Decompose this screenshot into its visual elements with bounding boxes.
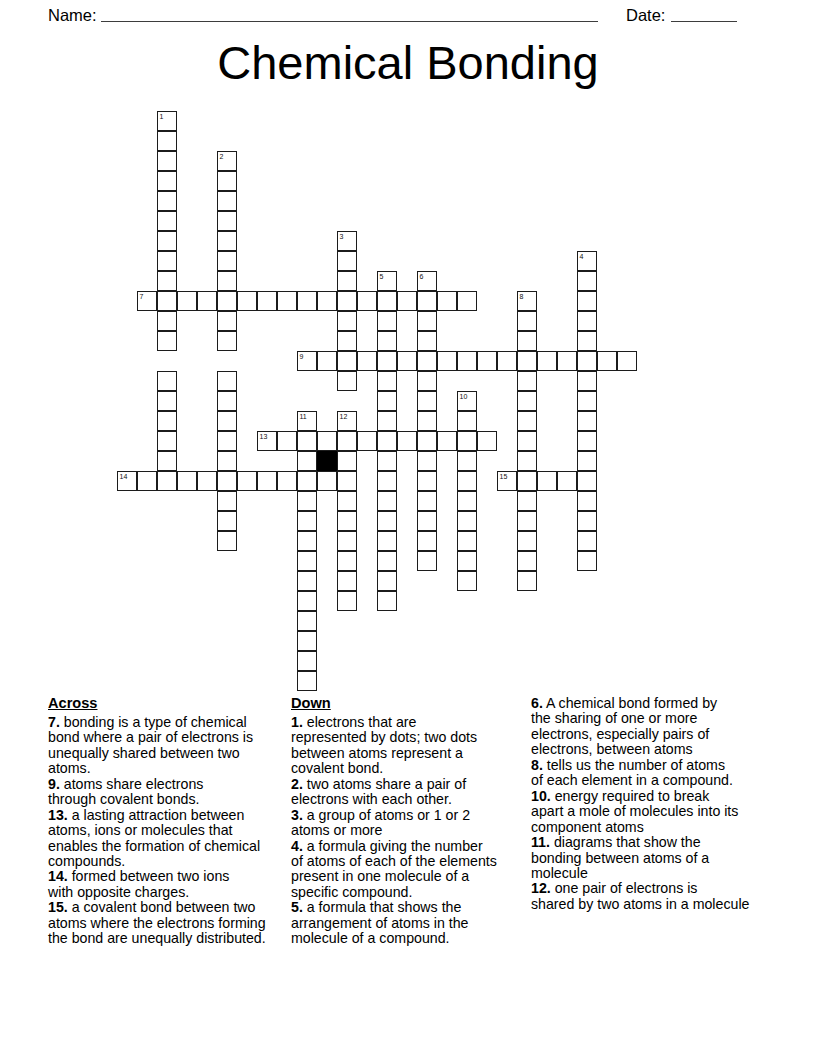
grid-cell[interactable] [297, 671, 317, 691]
grid-cell[interactable] [417, 391, 437, 411]
grid-cell[interactable] [217, 191, 237, 211]
grid-cell[interactable] [357, 291, 377, 311]
grid-cell[interactable] [617, 351, 637, 371]
clue-text: a group of atoms or 1 or 2 atoms or more [291, 807, 470, 838]
clue-number: 10. [531, 788, 551, 804]
clue-text: atoms share electrons through covalent b… [48, 776, 203, 807]
crossword-grid: 123456789101112131415 [117, 111, 637, 691]
grid-cell[interactable] [577, 331, 597, 351]
grid-cell[interactable]: 15 [497, 471, 517, 491]
grid-cell[interactable] [377, 291, 397, 311]
grid-cell[interactable] [517, 351, 537, 371]
clue-item: 10. energy required to break apart a mol… [531, 789, 772, 835]
grid-cell[interactable] [157, 391, 177, 411]
cell-number: 15 [500, 473, 508, 481]
clue-number: 2. [291, 776, 303, 792]
grid-cell[interactable] [297, 591, 317, 611]
grid-cell[interactable] [597, 351, 617, 371]
grid-cell[interactable] [577, 551, 597, 571]
grid-cell[interactable] [317, 431, 337, 451]
grid-cell[interactable]: 3 [337, 231, 357, 251]
grid-cell[interactable] [297, 471, 317, 491]
grid-cell[interactable] [257, 291, 277, 311]
grid-cell[interactable] [197, 471, 217, 491]
grid-cell[interactable] [277, 431, 297, 451]
grid-cell[interactable] [477, 431, 497, 451]
clue-number: 12. [531, 880, 551, 896]
clue-number: 3. [291, 807, 303, 823]
grid-cell[interactable] [337, 291, 357, 311]
grid-cell[interactable] [337, 491, 357, 511]
grid-cell[interactable] [417, 451, 437, 471]
clue-heading: Down [291, 696, 532, 711]
grid-cell[interactable] [377, 431, 397, 451]
grid-cell[interactable] [157, 451, 177, 471]
grid-cell[interactable] [377, 571, 397, 591]
grid-cell[interactable] [517, 531, 537, 551]
grid-cell[interactable] [217, 251, 237, 271]
clue-text: two atoms share a pair of electrons with… [291, 776, 466, 807]
grid-cell[interactable] [337, 431, 357, 451]
grid-cell[interactable] [517, 471, 537, 491]
grid-cell[interactable] [437, 291, 457, 311]
clue-number: 15. [48, 899, 68, 915]
grid-cell[interactable] [217, 231, 237, 251]
cell-number: 8 [520, 293, 524, 301]
grid-cell[interactable] [337, 471, 357, 491]
cell-number: 6 [420, 273, 424, 281]
grid-cell[interactable] [377, 331, 397, 351]
grid-cell[interactable] [577, 291, 597, 311]
grid-cell[interactable] [517, 551, 537, 571]
grid-cell[interactable]: 6 [417, 271, 437, 291]
grid-cell[interactable] [417, 311, 437, 331]
grid-cell[interactable]: 8 [517, 291, 537, 311]
grid-cell[interactable]: 9 [297, 351, 317, 371]
grid-cell[interactable] [457, 471, 477, 491]
clue-text: bonding is a type of chemical bond where… [48, 714, 253, 776]
cell-number: 12 [340, 413, 348, 421]
name-blank-line[interactable] [101, 5, 598, 22]
clue-item: 14. formed between two ions with opposit… [48, 869, 289, 900]
grid-cell[interactable] [157, 251, 177, 271]
grid-cell[interactable] [337, 371, 357, 391]
clue-number: 1. [291, 714, 303, 730]
clue-item: 2. two atoms share a pair of electrons w… [291, 777, 532, 808]
grid-cell[interactable] [217, 471, 237, 491]
grid-cell[interactable] [157, 431, 177, 451]
clue-number: 13. [48, 807, 68, 823]
cell-number: 3 [340, 233, 344, 241]
clue-text: a covalent bond between two atoms where … [48, 899, 266, 946]
clue-number: 5. [291, 899, 303, 915]
grid-cell[interactable] [357, 351, 377, 371]
grid-cell[interactable] [457, 351, 477, 371]
grid-cell[interactable] [177, 291, 197, 311]
clue-item: 8. tells us the number of atoms of each … [531, 758, 772, 789]
grid-cell[interactable]: 7 [137, 291, 157, 311]
grid-cell[interactable] [577, 311, 597, 331]
grid-cell[interactable] [217, 291, 237, 311]
clue-number: 11. [531, 834, 550, 850]
grid-cell[interactable] [297, 491, 317, 511]
grid-cell[interactable] [377, 451, 397, 471]
grid-cell[interactable] [337, 551, 357, 571]
cell-number: 14 [120, 473, 128, 481]
grid-cell[interactable] [157, 231, 177, 251]
clue-text: energy required to break apart a mole of… [531, 788, 738, 835]
clue-column-down: Down1. electrons that are represented by… [291, 696, 532, 947]
grid-cell[interactable] [317, 291, 337, 311]
grid-cell[interactable] [297, 551, 317, 571]
grid-cell[interactable] [217, 211, 237, 231]
grid-cell[interactable] [137, 471, 157, 491]
grid-cell[interactable] [417, 551, 437, 571]
date-label: Date: [626, 6, 665, 25]
grid-cell[interactable]: 2 [217, 151, 237, 171]
grid-cell[interactable] [297, 631, 317, 651]
grid-cell[interactable] [557, 471, 577, 491]
grid-cell[interactable] [217, 531, 237, 551]
grid-cell[interactable] [217, 391, 237, 411]
cell-number: 4 [580, 253, 584, 261]
grid-cell[interactable] [217, 271, 237, 291]
grid-cell[interactable] [457, 491, 477, 511]
clue-text: a formula that shows the arrangement of … [291, 899, 468, 946]
grid-cell[interactable] [337, 251, 357, 271]
grid-cell[interactable] [577, 471, 597, 491]
grid-cell[interactable] [157, 271, 177, 291]
clue-number: 8. [531, 757, 543, 773]
grid-cell[interactable]: 4 [577, 251, 597, 271]
grid-cell[interactable] [157, 191, 177, 211]
grid-cell[interactable]: 5 [377, 271, 397, 291]
grid-cell[interactable] [377, 591, 397, 611]
grid-cell[interactable] [197, 291, 217, 311]
grid-cell[interactable] [477, 351, 497, 371]
clue-item: 11. diagrams that show the bonding betwe… [531, 835, 772, 881]
clue-item: 7. bonding is a type of chemical bond wh… [48, 715, 289, 777]
clue-item: 5. a formula that shows the arrangement … [291, 900, 532, 946]
grid-cell[interactable] [577, 511, 597, 531]
grid-cell[interactable] [417, 491, 437, 511]
grid-cell[interactable] [297, 431, 317, 451]
grid-cell[interactable] [377, 511, 397, 531]
grid-cell[interactable] [237, 471, 257, 491]
cell-number: 13 [260, 433, 268, 441]
grid-cell[interactable] [377, 371, 397, 391]
grid-cell[interactable] [157, 411, 177, 431]
clue-item: 13. a lasting attraction between atoms, … [48, 808, 289, 870]
grid-cell[interactable] [377, 491, 397, 511]
grid-cell[interactable]: 11 [297, 411, 317, 431]
clue-item: 4. a formula giving the number of atoms … [291, 839, 532, 901]
grid-cell[interactable] [417, 531, 437, 551]
grid-cell[interactable] [377, 531, 397, 551]
clue-number: 9. [48, 776, 60, 792]
grid-cell[interactable] [537, 351, 557, 371]
grid-cell[interactable] [337, 591, 357, 611]
grid-cell[interactable] [377, 391, 397, 411]
clue-text: a formula giving the number of atoms of … [291, 838, 497, 900]
grid-cell[interactable]: 12 [337, 411, 357, 431]
grid-cell[interactable] [517, 571, 537, 591]
grid-cell[interactable] [297, 531, 317, 551]
grid-cell[interactable] [437, 431, 457, 451]
grid-cell[interactable] [497, 351, 517, 371]
grid-cell[interactable] [537, 471, 557, 491]
clue-text: tells us the number of atoms of each ele… [531, 757, 733, 788]
clue-item: 12. one pair of electrons is shared by t… [531, 881, 772, 912]
grid-cell[interactable] [217, 491, 237, 511]
cell-number: 11 [300, 413, 307, 421]
grid-cell[interactable] [377, 551, 397, 571]
grid-cell[interactable] [437, 351, 457, 371]
grid-cell[interactable] [417, 511, 437, 531]
grid-cell[interactable] [217, 371, 237, 391]
grid-cell[interactable] [577, 491, 597, 511]
grid-cell[interactable] [577, 531, 597, 551]
grid-cell[interactable] [397, 291, 417, 311]
grid-cell[interactable] [397, 431, 417, 451]
clue-number: 6. [531, 695, 543, 711]
grid-cell[interactable] [517, 491, 537, 511]
grid-cell[interactable] [417, 371, 437, 391]
grid-cell[interactable] [577, 391, 597, 411]
grid-cell[interactable] [517, 411, 537, 431]
clue-text: A chemical bond formed by the sharing of… [531, 695, 717, 757]
grid-cell[interactable] [217, 431, 237, 451]
grid-cell[interactable] [457, 451, 477, 471]
grid-cell[interactable] [317, 351, 337, 371]
clue-text: one pair of electrons is shared by two a… [531, 880, 749, 911]
grid-cell[interactable] [297, 291, 317, 311]
grid-cell[interactable] [577, 411, 597, 431]
grid-cell[interactable] [517, 391, 537, 411]
grid-cell[interactable] [157, 171, 177, 191]
clue-text: formed between two ions with opposite ch… [48, 868, 229, 899]
grid-cell[interactable] [377, 351, 397, 371]
clue-number: 4. [291, 838, 303, 854]
grid-cell[interactable] [337, 451, 357, 471]
grid-cell[interactable] [377, 411, 397, 431]
grid-cell[interactable] [517, 311, 537, 331]
grid-cell[interactable] [417, 351, 437, 371]
grid-cell[interactable] [337, 331, 357, 351]
grid-cell[interactable] [297, 511, 317, 531]
grid-cell[interactable] [457, 571, 477, 591]
grid-cell[interactable] [577, 351, 597, 371]
grid-cell[interactable] [417, 331, 437, 351]
grid-cell[interactable] [377, 311, 397, 331]
cell-number: 2 [220, 153, 224, 161]
grid-cell[interactable] [217, 311, 237, 331]
grid-cell[interactable] [337, 511, 357, 531]
grid-cell[interactable] [457, 531, 477, 551]
grid-cell[interactable] [417, 471, 437, 491]
grid-cell[interactable] [337, 531, 357, 551]
cell-number: 9 [300, 353, 304, 361]
grid-cell[interactable] [217, 411, 237, 431]
grid-cell[interactable] [337, 571, 357, 591]
grid-cell[interactable] [457, 291, 477, 311]
grid-cell[interactable] [417, 291, 437, 311]
grid-cell[interactable] [277, 291, 297, 311]
grid-cell[interactable] [457, 551, 477, 571]
clue-item: 6. A chemical bond formed by the sharing… [531, 696, 772, 758]
grid-cell[interactable]: 1 [157, 111, 177, 131]
grid-cell[interactable] [457, 431, 477, 451]
grid-cell[interactable] [577, 451, 597, 471]
cell-number: 5 [380, 273, 384, 281]
grid-cell[interactable] [377, 471, 397, 491]
grid-cell[interactable] [157, 331, 177, 351]
clue-number: 14. [48, 868, 68, 884]
clue-text: electrons that are represented by dots; … [291, 714, 477, 776]
clue-item: 1. electrons that are represented by dot… [291, 715, 532, 777]
grid-cell[interactable] [217, 451, 237, 471]
date-blank-line[interactable] [671, 5, 737, 22]
grid-cell[interactable] [317, 471, 337, 491]
clue-item: 9. atoms share electrons through covalen… [48, 777, 289, 808]
grid-cell[interactable] [157, 471, 177, 491]
grid-cell[interactable] [237, 291, 257, 311]
grid-cell[interactable] [297, 651, 317, 671]
clue-item: 3. a group of atoms or 1 or 2 atoms or m… [291, 808, 532, 839]
grid-cell[interactable] [517, 371, 537, 391]
grid-cell[interactable] [577, 371, 597, 391]
cell-number: 10 [460, 393, 468, 401]
grid-cell[interactable] [457, 411, 477, 431]
grid-cell[interactable] [577, 431, 597, 451]
grid-cell[interactable]: 10 [457, 391, 477, 411]
clue-number: 7. [48, 714, 60, 730]
cell-number: 7 [140, 293, 144, 301]
grid-cell[interactable] [517, 331, 537, 351]
grid-cell[interactable] [337, 351, 357, 371]
grid-cell[interactable] [517, 431, 537, 451]
grid-cell[interactable] [257, 471, 277, 491]
grid-cell[interactable] [517, 511, 537, 531]
grid-cell[interactable] [157, 151, 177, 171]
grid-cell[interactable] [157, 371, 177, 391]
grid-cell[interactable] [517, 451, 537, 471]
clue-item: 15. a covalent bond between two atoms wh… [48, 900, 289, 946]
cell-number: 1 [160, 113, 164, 121]
grid-cell[interactable] [337, 271, 357, 291]
grid-cell[interactable] [417, 411, 437, 431]
puzzle-title: Chemical Bonding [0, 36, 816, 90]
grid-cell[interactable] [217, 511, 237, 531]
grid-cell[interactable] [157, 131, 177, 151]
grid-cell[interactable] [277, 471, 297, 491]
grid-cell[interactable] [217, 171, 237, 191]
clue-text: a lasting attraction between atoms, ions… [48, 807, 260, 869]
grid-cell[interactable] [177, 471, 197, 491]
grid-cell[interactable]: 14 [117, 471, 137, 491]
grid-cell[interactable] [357, 431, 377, 451]
worksheet-page: Name: Date: Chemical Bonding 12345678910… [0, 0, 816, 1056]
grid-cell[interactable] [157, 211, 177, 231]
grid-cell[interactable] [457, 511, 477, 531]
grid-cell[interactable] [157, 311, 177, 331]
grid-cell[interactable] [217, 331, 237, 351]
black-cell [317, 451, 337, 471]
grid-cell[interactable] [417, 431, 437, 451]
grid-cell[interactable] [157, 291, 177, 311]
grid-cell[interactable] [397, 351, 417, 371]
clue-column-down-continued: 6. A chemical bond formed by the sharing… [531, 696, 772, 912]
clue-heading: Across [48, 696, 289, 711]
grid-cell[interactable] [557, 351, 577, 371]
name-label: Name: [48, 6, 97, 25]
grid-cell[interactable] [577, 271, 597, 291]
clue-text: diagrams that show the bonding between a… [531, 834, 709, 881]
grid-cell[interactable]: 13 [257, 431, 277, 451]
grid-cell[interactable] [297, 571, 317, 591]
grid-cell[interactable] [337, 311, 357, 331]
grid-cell[interactable] [297, 611, 317, 631]
grid-cell[interactable] [297, 451, 317, 471]
clue-column-across: Across7. bonding is a type of chemical b… [48, 696, 289, 947]
